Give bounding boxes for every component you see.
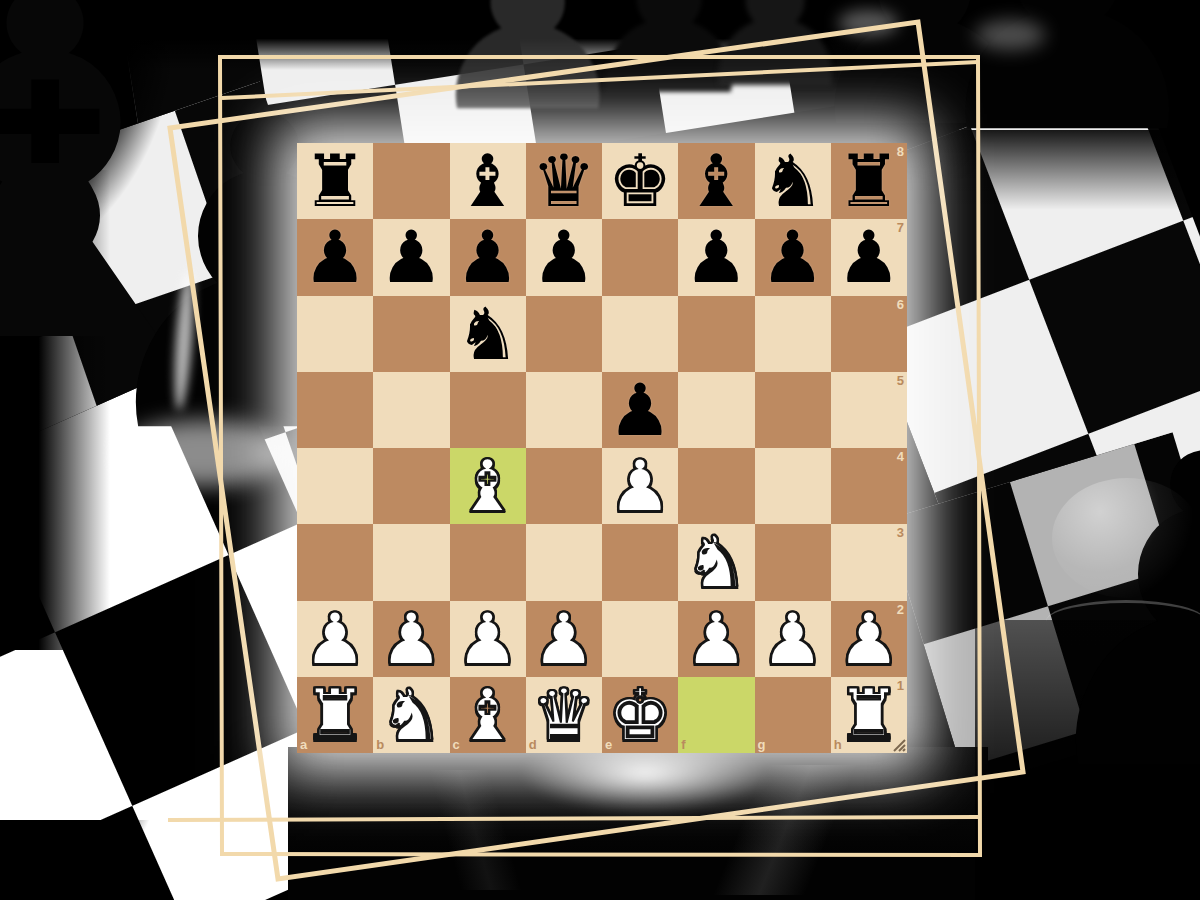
piece-white-pawn[interactable]: ♟ (379, 601, 444, 677)
square-d1[interactable]: ♛d (526, 677, 602, 753)
square-g5[interactable] (755, 372, 831, 448)
square-e3[interactable] (602, 524, 678, 600)
piece-black-knight[interactable]: ♞ (455, 296, 520, 372)
piece-white-bishop[interactable]: ♝ (455, 677, 520, 753)
coord-rank-8: 8 (897, 145, 904, 158)
piece-white-pawn[interactable]: ♟ (532, 601, 597, 677)
square-d3[interactable] (526, 524, 602, 600)
square-f7[interactable]: ♟ (678, 219, 754, 295)
square-h7[interactable]: ♟7 (831, 219, 907, 295)
coord-file-b: b (376, 738, 384, 751)
coord-rank-6: 6 (897, 298, 904, 311)
coord-rank-4: 4 (897, 450, 904, 463)
square-a7[interactable]: ♟ (297, 219, 373, 295)
square-a8[interactable]: ♜ (297, 143, 373, 219)
coord-rank-3: 3 (897, 526, 904, 539)
piece-white-knight[interactable]: ♞ (684, 524, 749, 600)
square-f2[interactable]: ♟ (678, 601, 754, 677)
square-c2[interactable]: ♟ (450, 601, 526, 677)
piece-white-pawn[interactable]: ♟ (608, 448, 673, 524)
coord-file-a: a (300, 738, 307, 751)
square-f3[interactable]: ♞ (678, 524, 754, 600)
square-a4[interactable] (297, 448, 373, 524)
piece-white-pawn[interactable]: ♟ (455, 601, 520, 677)
piece-white-pawn[interactable]: ♟ (303, 601, 368, 677)
piece-black-pawn[interactable]: ♟ (303, 219, 368, 295)
coord-rank-7: 7 (897, 221, 904, 234)
square-g2[interactable]: ♟ (755, 601, 831, 677)
square-a6[interactable] (297, 296, 373, 372)
square-h4[interactable]: 4 (831, 448, 907, 524)
square-e4[interactable]: ♟ (602, 448, 678, 524)
square-d7[interactable]: ♟ (526, 219, 602, 295)
square-e7[interactable] (602, 219, 678, 295)
coord-file-d: d (529, 738, 537, 751)
coord-file-f: f (681, 738, 685, 751)
square-g7[interactable]: ♟ (755, 219, 831, 295)
square-c5[interactable] (450, 372, 526, 448)
square-f4[interactable] (678, 448, 754, 524)
square-d4[interactable] (526, 448, 602, 524)
piece-white-king[interactable]: ♚ (608, 677, 673, 753)
piece-white-queen[interactable]: ♛ (532, 677, 597, 753)
piece-black-bishop[interactable]: ♝ (455, 143, 520, 219)
piece-black-pawn[interactable]: ♟ (760, 219, 825, 295)
square-a1[interactable]: ♜a (297, 677, 373, 753)
chess-board: ♜♝♛♚♝♞♜8♟♟♟♟♟♟♟7♞6♟5♝♟4♞3♟♟♟♟♟♟♟2♜a♞b♝c♛… (297, 143, 907, 753)
board-resize-handle-icon[interactable] (890, 736, 906, 752)
square-b8[interactable] (373, 143, 449, 219)
square-b6[interactable] (373, 296, 449, 372)
piece-black-pawn[interactable]: ♟ (608, 372, 673, 448)
square-h5[interactable]: 5 (831, 372, 907, 448)
square-b4[interactable] (373, 448, 449, 524)
square-e2[interactable] (602, 601, 678, 677)
square-e8[interactable]: ♚ (602, 143, 678, 219)
square-f8[interactable]: ♝ (678, 143, 754, 219)
square-c3[interactable] (450, 524, 526, 600)
square-f6[interactable] (678, 296, 754, 372)
piece-black-pawn[interactable]: ♟ (379, 219, 444, 295)
piece-black-rook[interactable]: ♜ (837, 143, 902, 219)
square-h1[interactable]: ♜h1 (831, 677, 907, 753)
coord-file-h: h (834, 738, 842, 751)
square-g8[interactable]: ♞ (755, 143, 831, 219)
square-c8[interactable]: ♝ (450, 143, 526, 219)
square-h2[interactable]: ♟2 (831, 601, 907, 677)
square-b7[interactable]: ♟ (373, 219, 449, 295)
square-e1[interactable]: ♚e (602, 677, 678, 753)
square-e6[interactable] (602, 296, 678, 372)
square-g1[interactable]: g (755, 677, 831, 753)
square-f5[interactable] (678, 372, 754, 448)
square-d6[interactable] (526, 296, 602, 372)
coord-rank-1: 1 (897, 679, 904, 692)
piece-black-king[interactable]: ♚ (608, 143, 673, 219)
piece-black-queen[interactable]: ♛ (532, 143, 597, 219)
piece-white-bishop[interactable]: ♝ (455, 448, 520, 524)
scene: ♝ ♟ ♟ ♟ ♟ ♟ ♟ ♟ ♜♝♛♚♝♞♜8♟♟♟♟♟♟♟7♞6♟5♝♟4♞… (0, 0, 1200, 900)
piece-black-bishop[interactable]: ♝ (684, 143, 749, 219)
square-b3[interactable] (373, 524, 449, 600)
square-g4[interactable] (755, 448, 831, 524)
square-a5[interactable] (297, 372, 373, 448)
square-d2[interactable]: ♟ (526, 601, 602, 677)
coord-file-g: g (758, 738, 766, 751)
square-e5[interactable]: ♟ (602, 372, 678, 448)
square-f1[interactable]: f (678, 677, 754, 753)
square-h6[interactable]: 6 (831, 296, 907, 372)
square-g3[interactable] (755, 524, 831, 600)
piece-white-rook[interactable]: ♜ (303, 677, 368, 753)
piece-black-pawn[interactable]: ♟ (455, 219, 520, 295)
piece-black-pawn[interactable]: ♟ (684, 219, 749, 295)
coord-rank-5: 5 (897, 374, 904, 387)
square-c4[interactable]: ♝ (450, 448, 526, 524)
piece-black-rook[interactable]: ♜ (303, 143, 368, 219)
piece-white-knight[interactable]: ♞ (379, 677, 444, 753)
square-g6[interactable] (755, 296, 831, 372)
square-d5[interactable] (526, 372, 602, 448)
square-a2[interactable]: ♟ (297, 601, 373, 677)
square-b2[interactable]: ♟ (373, 601, 449, 677)
square-a3[interactable] (297, 524, 373, 600)
square-c6[interactable]: ♞ (450, 296, 526, 372)
square-h3[interactable]: 3 (831, 524, 907, 600)
square-c7[interactable]: ♟ (450, 219, 526, 295)
piece-black-pawn[interactable]: ♟ (837, 219, 902, 295)
square-d8[interactable]: ♛ (526, 143, 602, 219)
piece-white-pawn[interactable]: ♟ (760, 601, 825, 677)
coord-rank-2: 2 (897, 603, 904, 616)
square-c1[interactable]: ♝c (450, 677, 526, 753)
square-h8[interactable]: ♜8 (831, 143, 907, 219)
piece-white-pawn[interactable]: ♟ (837, 601, 902, 677)
square-b1[interactable]: ♞b (373, 677, 449, 753)
square-b5[interactable] (373, 372, 449, 448)
piece-black-pawn[interactable]: ♟ (532, 219, 597, 295)
coord-file-e: e (605, 738, 612, 751)
piece-black-knight[interactable]: ♞ (760, 143, 825, 219)
coord-file-c: c (453, 738, 460, 751)
piece-white-pawn[interactable]: ♟ (684, 601, 749, 677)
